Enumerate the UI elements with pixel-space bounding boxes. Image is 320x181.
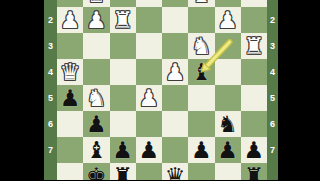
square-g3: [215, 33, 241, 59]
piece-black-knight: ♞: [217, 113, 238, 136]
square-c5: [110, 85, 136, 111]
square-e8: ♛: [162, 163, 188, 180]
square-b5: ♞: [83, 85, 109, 111]
square-d4: [136, 59, 162, 85]
square-c3: [110, 33, 136, 59]
rank-label-7: 7: [44, 146, 57, 155]
square-h2: [241, 7, 267, 33]
piece-white-pawn: ♟: [86, 9, 107, 32]
square-d7: ♟: [136, 137, 162, 163]
square-a5: ♟: [57, 85, 83, 111]
square-b1: ♚: [83, 0, 109, 7]
square-h8: ♜: [241, 163, 267, 180]
rank-label-4: 4: [44, 68, 57, 77]
square-e3: [162, 33, 188, 59]
piece-black-pawn: ♟: [86, 113, 107, 136]
piece-black-pawn: ♟: [112, 139, 133, 162]
piece-white-pawn: ♟: [60, 9, 81, 32]
piece-white-pawn: ♟: [139, 87, 160, 110]
square-h6: [241, 111, 267, 137]
square-a7: [57, 137, 83, 163]
square-d1: [136, 0, 162, 7]
piece-black-pawn: ♟: [60, 87, 81, 110]
square-f7: ♟: [188, 137, 214, 163]
piece-black-queen: ♛: [165, 165, 186, 181]
square-e2: [162, 7, 188, 33]
square-f8: [188, 163, 214, 180]
square-b8: ♚: [83, 163, 109, 180]
square-e1: [162, 0, 188, 7]
square-f3: ♞: [188, 33, 214, 59]
chess-board: ♚♝♟♟♜♟♞♜♛♟♝♟♞♟♟♞♝♟♟♟♟♟♚♜♛♜: [57, 0, 267, 180]
rank-label-3: 3: [44, 42, 57, 51]
rank-label-7: 7: [267, 146, 278, 155]
square-d5: ♟: [136, 85, 162, 111]
square-b3: [83, 33, 109, 59]
square-d6: [136, 111, 162, 137]
square-f6: [188, 111, 214, 137]
square-d2: [136, 7, 162, 33]
square-b6: ♟: [83, 111, 109, 137]
rank-label-6: 6: [267, 120, 278, 129]
square-f2: [188, 7, 214, 33]
square-a1: [57, 0, 83, 7]
square-a3: [57, 33, 83, 59]
square-f1: ♝: [188, 0, 214, 7]
rank-label-2: 2: [44, 16, 57, 25]
piece-white-rook: ♜: [244, 35, 265, 58]
rank-label-5: 5: [267, 94, 278, 103]
rank-labels-right: 234567: [267, 0, 278, 180]
square-c2: ♜: [110, 7, 136, 33]
square-d3: [136, 33, 162, 59]
square-e5: [162, 85, 188, 111]
square-g7: ♟: [215, 137, 241, 163]
square-f5: [188, 85, 214, 111]
rank-label-5: 5: [44, 94, 57, 103]
piece-black-bishop: ♝: [191, 61, 212, 84]
piece-white-pawn: ♟: [165, 61, 186, 84]
square-c8: ♜: [110, 163, 136, 180]
square-g8: [215, 163, 241, 180]
rank-label-6: 6: [44, 120, 57, 129]
piece-black-pawn: ♟: [244, 139, 265, 162]
piece-black-pawn: ♟: [191, 139, 212, 162]
piece-white-knight: ♞: [191, 35, 212, 58]
rank-label-2: 2: [267, 16, 278, 25]
square-h1: [241, 0, 267, 7]
square-h4: [241, 59, 267, 85]
piece-black-pawn: ♟: [139, 139, 160, 162]
piece-white-bishop: ♝: [191, 0, 212, 6]
piece-white-knight: ♞: [86, 87, 107, 110]
square-h3: ♜: [241, 33, 267, 59]
square-g6: ♞: [215, 111, 241, 137]
piece-black-king: ♚: [86, 165, 107, 181]
rank-labels-left: 234567: [44, 0, 57, 180]
piece-white-pawn: ♟: [217, 9, 238, 32]
rank-label-4: 4: [267, 68, 278, 77]
square-b7: ♝: [83, 137, 109, 163]
piece-white-queen: ♛: [60, 61, 81, 84]
square-c4: [110, 59, 136, 85]
square-d8: [136, 163, 162, 180]
square-c6: [110, 111, 136, 137]
piece-black-pawn: ♟: [217, 139, 238, 162]
piece-white-king: ♚: [86, 0, 107, 6]
rank-label-3: 3: [267, 42, 278, 51]
piece-black-rook: ♜: [112, 165, 133, 181]
square-b2: ♟: [83, 7, 109, 33]
square-a6: [57, 111, 83, 137]
square-e6: [162, 111, 188, 137]
square-g5: [215, 85, 241, 111]
square-b4: [83, 59, 109, 85]
piece-white-rook: ♜: [112, 9, 133, 32]
square-g1: [215, 0, 241, 7]
square-h5: [241, 85, 267, 111]
square-e4: ♟: [162, 59, 188, 85]
square-a4: ♛: [57, 59, 83, 85]
video-frame: 234567 234567 ♚♝♟♟♜♟♞♜♛♟♝♟♞♟♟♞♝♟♟♟♟♟♚♜♛♜: [0, 0, 320, 180]
square-a2: ♟: [57, 7, 83, 33]
piece-black-rook: ♜: [244, 165, 265, 181]
square-g4: [215, 59, 241, 85]
square-h7: ♟: [241, 137, 267, 163]
square-f4: ♝: [188, 59, 214, 85]
square-e7: [162, 137, 188, 163]
square-a8: [57, 163, 83, 180]
square-g2: ♟: [215, 7, 241, 33]
piece-black-bishop: ♝: [86, 139, 107, 162]
square-c1: [110, 0, 136, 7]
square-c7: ♟: [110, 137, 136, 163]
